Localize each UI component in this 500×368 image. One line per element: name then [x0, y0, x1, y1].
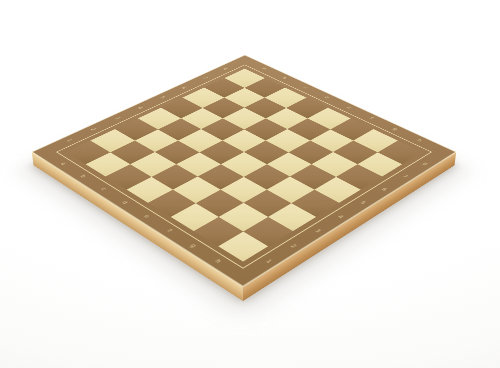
- square-f2[interactable]: [196, 189, 244, 216]
- square-h2[interactable]: [243, 217, 293, 246]
- square-g4[interactable]: [267, 177, 314, 203]
- chessboard: abcdefgh abcdefgh 87654321 87654321: [32, 55, 456, 287]
- square-h4[interactable]: [291, 189, 339, 216]
- square-f1[interactable]: [170, 203, 219, 231]
- file-labels-south: abcdefgh: [48, 155, 236, 272]
- square-g1[interactable]: [194, 217, 244, 246]
- scene: abcdefgh abcdefgh 87654321 87654321: [0, 0, 500, 368]
- square-f4[interactable]: [244, 164, 290, 189]
- square-g6[interactable]: [312, 152, 357, 177]
- square-e4[interactable]: [221, 152, 266, 177]
- square-d3[interactable]: [176, 152, 221, 177]
- square-d1[interactable]: [126, 177, 173, 203]
- square-b1[interactable]: [85, 152, 130, 177]
- board-frame: abcdefgh abcdefgh 87654321 87654321: [32, 55, 456, 287]
- square-g2[interactable]: [219, 203, 268, 231]
- square-e3[interactable]: [198, 164, 244, 189]
- square-e1[interactable]: [148, 189, 196, 216]
- square-e2[interactable]: [173, 177, 220, 203]
- square-h5[interactable]: [314, 177, 361, 203]
- square-h3[interactable]: [268, 203, 317, 231]
- rank-labels-east: 87654321: [250, 155, 440, 272]
- square-f5[interactable]: [267, 152, 312, 177]
- photo-stage: abcdefgh abcdefgh 87654321 87654321: [0, 0, 500, 368]
- square-h1[interactable]: [218, 231, 269, 262]
- square-d2[interactable]: [152, 164, 198, 189]
- square-f3[interactable]: [220, 177, 267, 203]
- square-c1[interactable]: [105, 164, 151, 189]
- square-h6[interactable]: [336, 164, 382, 189]
- square-g5[interactable]: [290, 164, 336, 189]
- square-g3[interactable]: [244, 189, 292, 216]
- square-h7[interactable]: [357, 152, 402, 177]
- square-c2[interactable]: [131, 152, 176, 177]
